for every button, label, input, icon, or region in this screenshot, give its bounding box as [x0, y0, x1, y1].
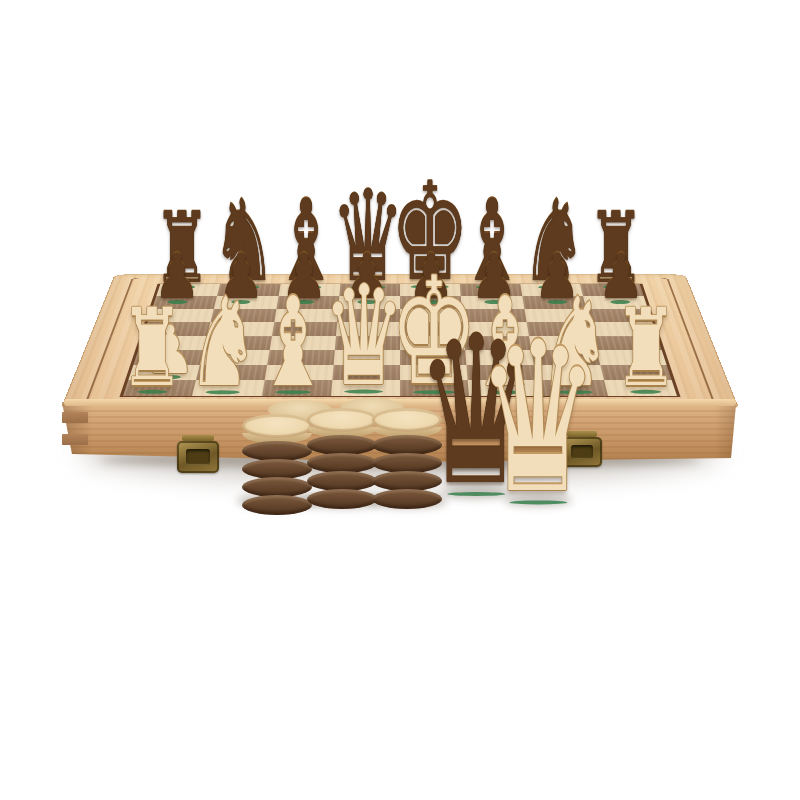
dark-checker — [242, 495, 312, 515]
dark-checker — [242, 477, 312, 497]
finger-joint — [62, 434, 88, 445]
dark-checker — [307, 471, 377, 491]
brass-latch-left[interactable] — [177, 441, 219, 473]
latch-keeper — [182, 435, 214, 441]
dark-checker — [307, 435, 377, 455]
dark-checker — [242, 441, 312, 461]
dark-checker — [307, 453, 377, 473]
light-checker-top — [242, 414, 312, 438]
light-checker-top — [307, 408, 377, 432]
checkers-stack-2[interactable] — [307, 408, 377, 512]
latch-hole — [186, 449, 210, 465]
spare-queen-light[interactable]: ♛ — [465, 372, 610, 502]
piece-white-rook-h1[interactable]: ♜ — [608, 325, 683, 392]
piece-white-rook-a1[interactable]: ♜ — [115, 325, 190, 392]
chess-glyph: ♜ — [120, 306, 184, 392]
product-photo-stage: ♜♞♝♛♚♝♞♜♟♟♟♟♟♟♟♟♟♜♞♝♛♚♝♞♜ ♛♛ — [0, 0, 800, 800]
checkers-stack-1[interactable] — [242, 414, 312, 518]
chess-glyph: ♜ — [614, 306, 678, 392]
dark-checker — [307, 489, 377, 509]
finger-joint — [62, 412, 88, 423]
chess-glyph: ♞ — [186, 294, 259, 392]
dark-checker — [242, 459, 312, 479]
chess-glyph: ♛ — [476, 336, 599, 502]
